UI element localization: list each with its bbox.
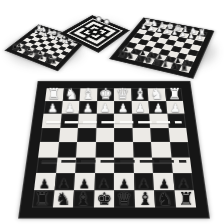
piece-white-knight: ♞ bbox=[64, 86, 77, 101]
square-h5[interactable] bbox=[38, 142, 58, 157]
square-f2[interactable]: ♟ bbox=[79, 101, 97, 114]
square-d8[interactable]: ♛ bbox=[114, 190, 135, 208]
chess-grid: ♜♞♝♚♛♝♞♜♟♟♟♟♟♟♟♟♟♟♟♟♟♟♟♟♜♞♝♚♛♝♞♜ bbox=[118, 21, 208, 73]
piece-white-pawn: ♟ bbox=[34, 29, 38, 34]
chess-grid: ♜♞♝♚♛♝♞♜♟♟♟♟♟♟♟♟♟♟♟♟♟♟♟♟♜♞♝♚♛♝♞♜ bbox=[32, 88, 196, 207]
square-a8: ♜ bbox=[50, 60, 60, 66]
square-c8[interactable]: ♝ bbox=[134, 190, 155, 208]
square-d6[interactable] bbox=[114, 157, 133, 173]
square-e1[interactable]: ♚ bbox=[97, 88, 114, 101]
square-e5[interactable] bbox=[95, 142, 114, 157]
square-e8[interactable]: ♚ bbox=[93, 190, 114, 208]
piece-black-rook: ♜ bbox=[178, 190, 194, 208]
square-g5[interactable] bbox=[57, 142, 77, 157]
piece-white-pawn: ♟ bbox=[156, 27, 162, 33]
piece-white-queen: ♛ bbox=[116, 86, 129, 101]
piece-white-pawn: ♟ bbox=[153, 103, 163, 114]
square-c2[interactable]: ♟ bbox=[131, 101, 149, 114]
square-a4[interactable] bbox=[168, 128, 188, 142]
square-c6[interactable] bbox=[133, 157, 153, 173]
square-g6[interactable] bbox=[56, 157, 76, 173]
square-h4[interactable] bbox=[40, 128, 60, 142]
piece-white-pawn: ♟ bbox=[180, 31, 186, 37]
square-h1[interactable]: ♜ bbox=[45, 88, 63, 101]
piece-white-pawn: ♟ bbox=[54, 36, 58, 41]
piece-white-king: ♚ bbox=[99, 86, 112, 101]
square-a8: ♜ bbox=[179, 65, 191, 73]
square-g1[interactable]: ♞ bbox=[62, 88, 80, 101]
square-f4[interactable] bbox=[77, 128, 96, 142]
piece-white-pawn: ♟ bbox=[82, 103, 92, 114]
square-a6[interactable] bbox=[171, 157, 192, 173]
piece-black-bishop: ♝ bbox=[135, 53, 143, 62]
piece-white-pawn: ♟ bbox=[172, 30, 178, 36]
square-c5[interactable] bbox=[133, 142, 152, 157]
piece-white-pawn: ♟ bbox=[118, 103, 128, 114]
piece-black-rook: ♜ bbox=[180, 63, 189, 73]
piece-white-knight: ♞ bbox=[150, 86, 163, 101]
piece-black-queen: ♛ bbox=[153, 57, 161, 66]
piece-white-pawn: ♟ bbox=[188, 33, 194, 39]
piece-white-rook: ♜ bbox=[47, 86, 60, 101]
square-d1[interactable]: ♛ bbox=[114, 88, 131, 101]
piece-black-king: ♚ bbox=[144, 55, 152, 64]
piece-white-pawn: ♟ bbox=[164, 28, 170, 34]
square-f1[interactable]: ♝ bbox=[80, 88, 98, 101]
piece-black-knight: ♞ bbox=[127, 51, 135, 60]
square-c4 bbox=[173, 41, 184, 47]
piece-white-pawn: ♟ bbox=[149, 25, 154, 31]
square-b4[interactable] bbox=[150, 128, 169, 142]
square-e2[interactable]: ♟ bbox=[96, 101, 114, 114]
square-f8[interactable]: ♝ bbox=[73, 190, 94, 208]
square-a5[interactable] bbox=[170, 142, 190, 157]
piece-white-pawn: ♟ bbox=[135, 103, 145, 114]
square-b6[interactable] bbox=[152, 157, 172, 173]
white-piece-on-edge bbox=[104, 19, 110, 25]
piece-black-rook: ♜ bbox=[118, 49, 126, 58]
square-e4[interactable] bbox=[96, 128, 115, 142]
square-a2[interactable]: ♟ bbox=[166, 101, 185, 114]
square-a4 bbox=[190, 44, 201, 51]
square-c4[interactable] bbox=[132, 128, 151, 142]
square-h8[interactable]: ♜ bbox=[32, 190, 54, 208]
square-g2[interactable]: ♟ bbox=[61, 101, 79, 114]
piece-black-bishop: ♝ bbox=[137, 190, 153, 208]
square-f6[interactable] bbox=[75, 157, 95, 173]
white-piece-on-edge bbox=[96, 16, 102, 22]
piece-black-rook: ♜ bbox=[34, 190, 50, 208]
square-b2[interactable]: ♟ bbox=[148, 101, 166, 114]
piece-black-bishop: ♝ bbox=[75, 190, 91, 208]
piece-black-rook: ♜ bbox=[50, 59, 56, 66]
piece-white-rook: ♜ bbox=[167, 86, 180, 101]
piece-white-pawn: ♟ bbox=[65, 39, 69, 44]
square-h6[interactable] bbox=[36, 157, 57, 173]
piece-white-bishop: ♝ bbox=[133, 86, 146, 101]
piece-white-pawn: ♟ bbox=[49, 34, 53, 39]
piece-white-pawn: ♟ bbox=[65, 103, 75, 114]
piece-white-pawn: ♟ bbox=[197, 35, 203, 41]
square-h2[interactable]: ♟ bbox=[43, 101, 62, 114]
piece-white-bishop: ♝ bbox=[82, 86, 95, 101]
square-a5 bbox=[60, 51, 69, 56]
piece-white-pawn: ♟ bbox=[47, 103, 57, 114]
product-photo: ♜♞♝♚♛♝♞♜♟♟♟♟♟♟♟♟♟♟♟♟♟♟♟♟♜♞♝♚♛♝♞♜ ♜♞♝♚♛♝♞… bbox=[0, 0, 224, 224]
square-a8[interactable]: ♜ bbox=[174, 190, 196, 208]
square-e6[interactable] bbox=[95, 157, 114, 173]
square-b5[interactable] bbox=[151, 142, 171, 157]
square-g8[interactable]: ♞ bbox=[52, 190, 74, 208]
piece-black-bishop: ♝ bbox=[162, 59, 170, 68]
square-d5[interactable] bbox=[114, 142, 133, 157]
main-chess-board[interactable]: ♜♞♝♚♛♝♞♜♟♟♟♟♟♟♟♟♟♟♟♟♟♟♟♟♜♞♝♚♛♝♞♜ bbox=[18, 81, 210, 219]
square-h5 bbox=[129, 37, 140, 43]
piece-black-knight: ♞ bbox=[157, 190, 173, 208]
piece-black-queen: ♛ bbox=[116, 190, 132, 208]
square-c1[interactable]: ♝ bbox=[131, 88, 149, 101]
piece-black-knight: ♞ bbox=[171, 61, 179, 70]
square-b1[interactable]: ♞ bbox=[148, 88, 166, 101]
piece-white-pawn: ♟ bbox=[100, 103, 110, 114]
piece-black-knight: ♞ bbox=[55, 190, 71, 208]
piece-black-king: ♚ bbox=[96, 190, 112, 208]
piece-white-pawn: ♟ bbox=[70, 41, 74, 46]
square-g4[interactable] bbox=[59, 128, 78, 142]
small-chess-board-right: ♜♞♝♚♛♝♞♜♟♟♟♟♟♟♟♟♟♟♟♟♟♟♟♟♜♞♝♚♛♝♞♜ bbox=[109, 17, 215, 78]
piece-white-pawn: ♟ bbox=[141, 24, 146, 30]
square-a1[interactable]: ♜ bbox=[165, 88, 183, 101]
piece-white-pawn: ♟ bbox=[59, 37, 63, 42]
square-d4[interactable] bbox=[114, 128, 133, 142]
square-b8[interactable]: ♞ bbox=[154, 190, 176, 208]
piece-white-pawn: ♟ bbox=[44, 32, 48, 37]
piece-white-pawn: ♟ bbox=[170, 103, 180, 114]
square-f5[interactable] bbox=[76, 142, 95, 157]
square-d2[interactable]: ♟ bbox=[114, 101, 132, 114]
